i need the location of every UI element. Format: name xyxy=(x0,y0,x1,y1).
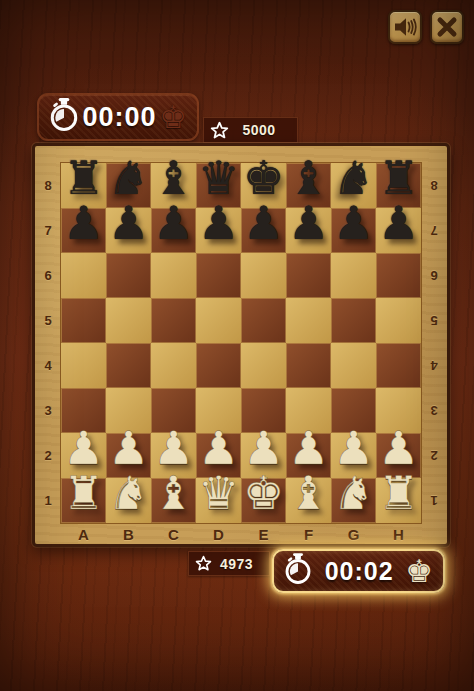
rank-label-left-6: 6 xyxy=(35,253,61,298)
square-h7[interactable]: ♟ xyxy=(376,208,421,253)
sound-button[interactable] xyxy=(388,10,422,44)
square-c7[interactable]: ♟ xyxy=(151,208,196,253)
piece-white-knight-g1[interactable]: ♞ xyxy=(331,471,376,516)
piece-white-pawn-b2[interactable]: ♟ xyxy=(106,426,151,471)
square-a6[interactable] xyxy=(61,253,106,298)
piece-black-pawn-a7[interactable]: ♟ xyxy=(61,201,106,246)
piece-white-bishop-c1[interactable]: ♝ xyxy=(151,471,196,516)
piece-black-pawn-b7[interactable]: ♟ xyxy=(106,201,151,246)
rank-label-right-8: 8 xyxy=(421,163,447,208)
piece-white-king-e1[interactable]: ♚ xyxy=(241,471,286,516)
square-h5[interactable] xyxy=(376,298,421,343)
piece-white-pawn-c2[interactable]: ♟ xyxy=(151,426,196,471)
piece-black-queen-d8[interactable]: ♛ xyxy=(196,156,241,201)
piece-white-rook-a1[interactable]: ♜ xyxy=(61,471,106,516)
piece-white-pawn-g2[interactable]: ♟ xyxy=(331,426,376,471)
chess-board: ♜♞♝♛♚♝♞♜♟♟♟♟♟♟♟♟♟♟♟♟♟♟♟♟♜♞♝♛♚♝♞♜ 8877665… xyxy=(32,143,450,547)
rank-label-left-3: 3 xyxy=(35,388,61,433)
rank-label-left-8: 8 xyxy=(35,163,61,208)
square-g7[interactable]: ♟ xyxy=(331,208,376,253)
close-icon xyxy=(436,16,458,38)
square-b6[interactable] xyxy=(106,253,151,298)
file-label-c: C xyxy=(151,525,196,545)
black-king-icon: ♚ xyxy=(159,102,187,133)
piece-black-pawn-d7[interactable]: ♟ xyxy=(196,201,241,246)
file-label-a: A xyxy=(61,525,106,545)
star-icon xyxy=(210,121,229,140)
white-king-icon: ♚ xyxy=(405,556,433,587)
star-icon xyxy=(195,555,212,572)
square-e6[interactable] xyxy=(241,253,286,298)
square-b4[interactable] xyxy=(106,343,151,388)
square-a7[interactable]: ♟ xyxy=(61,208,106,253)
rank-label-right-4: 4 xyxy=(421,343,447,388)
square-f1[interactable]: ♝ xyxy=(286,478,331,523)
stopwatch-icon xyxy=(283,552,313,590)
rank-label-left-7: 7 xyxy=(35,208,61,253)
square-e5[interactable] xyxy=(241,298,286,343)
square-b1[interactable]: ♞ xyxy=(106,478,151,523)
speaker-icon xyxy=(393,16,417,38)
square-a1[interactable]: ♜ xyxy=(61,478,106,523)
piece-black-pawn-c7[interactable]: ♟ xyxy=(151,201,196,246)
stopwatch-icon xyxy=(48,97,80,137)
piece-black-king-e8[interactable]: ♚ xyxy=(241,156,286,201)
piece-black-pawn-g7[interactable]: ♟ xyxy=(331,201,376,246)
square-e7[interactable]: ♟ xyxy=(241,208,286,253)
square-c6[interactable] xyxy=(151,253,196,298)
square-e4[interactable] xyxy=(241,343,286,388)
square-g4[interactable] xyxy=(331,343,376,388)
square-f7[interactable]: ♟ xyxy=(286,208,331,253)
square-d1[interactable]: ♛ xyxy=(196,478,241,523)
rank-label-right-1: 1 xyxy=(421,478,447,523)
black-clock-time: 00:00 xyxy=(80,102,159,133)
file-label-b: B xyxy=(106,525,151,545)
piece-black-bishop-c8[interactable]: ♝ xyxy=(151,156,196,201)
file-label-e: E xyxy=(241,525,286,545)
square-h1[interactable]: ♜ xyxy=(376,478,421,523)
white-score-badge: 4973 xyxy=(188,551,270,576)
square-d4[interactable] xyxy=(196,343,241,388)
square-g6[interactable] xyxy=(331,253,376,298)
square-h4[interactable] xyxy=(376,343,421,388)
piece-white-pawn-f2[interactable]: ♟ xyxy=(286,426,331,471)
white-clock-time: 00:02 xyxy=(313,557,405,586)
close-button[interactable] xyxy=(430,10,464,44)
piece-black-bishop-f8[interactable]: ♝ xyxy=(286,156,331,201)
square-a5[interactable] xyxy=(61,298,106,343)
black-player-clock-panel: 00:00 ♚ xyxy=(37,93,199,141)
game-window: 00:00 ♚ 5000 ♜♞♝♛♚♝♞♜♟♟♟♟♟♟♟♟♟♟♟♟♟♟♟♟♜♞♝… xyxy=(0,0,474,691)
piece-white-pawn-d2[interactable]: ♟ xyxy=(196,426,241,471)
file-label-h: H xyxy=(376,525,421,545)
square-f5[interactable] xyxy=(286,298,331,343)
file-label-g: G xyxy=(331,525,376,545)
piece-black-pawn-h7[interactable]: ♟ xyxy=(376,201,421,246)
piece-white-bishop-f1[interactable]: ♝ xyxy=(286,471,331,516)
rank-label-right-5: 5 xyxy=(421,298,447,343)
piece-black-knight-b8[interactable]: ♞ xyxy=(106,156,151,201)
piece-white-pawn-e2[interactable]: ♟ xyxy=(241,426,286,471)
piece-black-knight-g8[interactable]: ♞ xyxy=(331,156,376,201)
square-b7[interactable]: ♟ xyxy=(106,208,151,253)
square-f6[interactable] xyxy=(286,253,331,298)
piece-black-pawn-e7[interactable]: ♟ xyxy=(241,201,286,246)
board-grid: ♜♞♝♛♚♝♞♜♟♟♟♟♟♟♟♟♟♟♟♟♟♟♟♟♜♞♝♛♚♝♞♜ xyxy=(61,163,421,523)
rank-label-right-6: 6 xyxy=(421,253,447,298)
rank-label-right-2: 2 xyxy=(421,433,447,478)
piece-white-rook-h1[interactable]: ♜ xyxy=(376,471,421,516)
rank-label-left-1: 1 xyxy=(35,478,61,523)
square-d7[interactable]: ♟ xyxy=(196,208,241,253)
square-d5[interactable] xyxy=(196,298,241,343)
file-label-f: F xyxy=(286,525,331,545)
piece-black-rook-a8[interactable]: ♜ xyxy=(61,156,106,201)
square-b5[interactable] xyxy=(106,298,151,343)
square-e1[interactable]: ♚ xyxy=(241,478,286,523)
square-c5[interactable] xyxy=(151,298,196,343)
black-score-value: 5000 xyxy=(229,122,297,138)
rank-label-left-2: 2 xyxy=(35,433,61,478)
file-label-d: D xyxy=(196,525,241,545)
piece-black-rook-h8[interactable]: ♜ xyxy=(376,156,421,201)
square-c4[interactable] xyxy=(151,343,196,388)
piece-white-pawn-a2[interactable]: ♟ xyxy=(61,426,106,471)
square-c1[interactable]: ♝ xyxy=(151,478,196,523)
rank-label-right-3: 3 xyxy=(421,388,447,433)
square-a4[interactable] xyxy=(61,343,106,388)
square-g1[interactable]: ♞ xyxy=(331,478,376,523)
piece-white-pawn-h2[interactable]: ♟ xyxy=(376,426,421,471)
black-score-badge: 5000 xyxy=(203,117,298,143)
square-g5[interactable] xyxy=(331,298,376,343)
rank-label-left-4: 4 xyxy=(35,343,61,388)
piece-black-pawn-f7[interactable]: ♟ xyxy=(286,201,331,246)
rank-label-left-5: 5 xyxy=(35,298,61,343)
piece-white-queen-d1[interactable]: ♛ xyxy=(196,471,241,516)
white-player-clock-panel: 00:02 ♚ xyxy=(272,549,445,593)
square-h6[interactable] xyxy=(376,253,421,298)
square-f4[interactable] xyxy=(286,343,331,388)
piece-white-knight-b1[interactable]: ♞ xyxy=(106,471,151,516)
white-score-value: 4973 xyxy=(212,556,269,572)
square-d6[interactable] xyxy=(196,253,241,298)
rank-label-right-7: 7 xyxy=(421,208,447,253)
